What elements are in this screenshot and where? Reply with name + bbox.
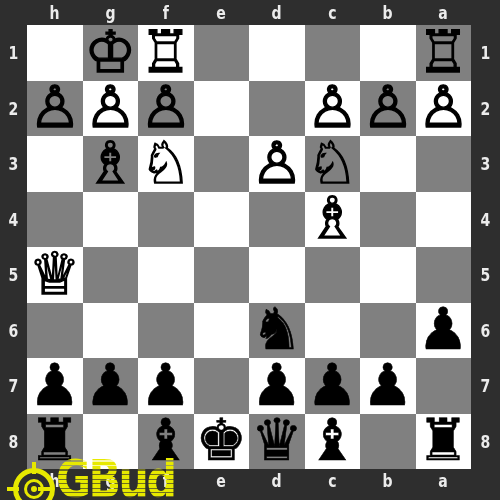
- rank-label-right-4: 4: [471, 192, 500, 248]
- file-labels-top: hgfedcba: [27, 0, 471, 25]
- white-bishop-g3: ♗: [84, 136, 136, 192]
- square-h2[interactable]: ♙: [27, 81, 83, 137]
- rank-label-left-5: 5: [0, 247, 27, 303]
- file-label-bottom-h: h: [27, 469, 83, 500]
- square-h6[interactable]: [27, 303, 83, 359]
- white-pawn-g2: ♙: [84, 81, 136, 137]
- square-f1[interactable]: ♖: [138, 25, 194, 81]
- square-d8[interactable]: ♛: [249, 414, 305, 470]
- square-g1[interactable]: ♔: [83, 25, 139, 81]
- square-a6[interactable]: ♟: [416, 303, 472, 359]
- square-g2[interactable]: ♙: [83, 81, 139, 137]
- file-label-top-f: f: [138, 0, 194, 25]
- black-rook-a8: ♜: [417, 414, 469, 470]
- square-c6[interactable]: [305, 303, 361, 359]
- rank-label-left-8: 8: [0, 414, 27, 470]
- rank-label-right-2: 2: [471, 81, 500, 137]
- file-label-bottom-f: f: [138, 469, 194, 500]
- square-c4[interactable]: ♗: [305, 192, 361, 248]
- black-pawn-b7: ♟: [362, 358, 414, 414]
- rank-label-left-2: 2: [0, 81, 27, 137]
- black-knight-d6: ♞: [251, 303, 303, 359]
- square-d6[interactable]: ♞: [249, 303, 305, 359]
- rank-label-right-6: 6: [471, 303, 500, 359]
- file-label-top-c: c: [305, 0, 361, 25]
- black-rook-h8: ♜: [29, 414, 81, 470]
- square-e6[interactable]: [194, 303, 250, 359]
- square-d5[interactable]: [249, 247, 305, 303]
- square-e7[interactable]: [194, 358, 250, 414]
- square-c2[interactable]: ♙: [305, 81, 361, 137]
- black-pawn-d7: ♟: [251, 358, 303, 414]
- file-label-bottom-c: c: [305, 469, 361, 500]
- square-h4[interactable]: [27, 192, 83, 248]
- rank-label-right-8: 8: [471, 414, 500, 470]
- square-f5[interactable]: [138, 247, 194, 303]
- file-label-top-d: d: [249, 0, 305, 25]
- square-e3[interactable]: [194, 136, 250, 192]
- square-a7[interactable]: [416, 358, 472, 414]
- white-rook-f1: ♖: [140, 25, 192, 81]
- black-queen-d8: ♛: [251, 414, 303, 470]
- rank-label-right-5: 5: [471, 247, 500, 303]
- square-d7[interactable]: ♟: [249, 358, 305, 414]
- rank-label-left-4: 4: [0, 192, 27, 248]
- square-d2[interactable]: [249, 81, 305, 137]
- square-e5[interactable]: [194, 247, 250, 303]
- square-f4[interactable]: [138, 192, 194, 248]
- rank-label-right-7: 7: [471, 358, 500, 414]
- square-a1[interactable]: ♖: [416, 25, 472, 81]
- square-c5[interactable]: [305, 247, 361, 303]
- square-h8[interactable]: ♜: [27, 414, 83, 470]
- square-a4[interactable]: [416, 192, 472, 248]
- white-bishop-c4: ♗: [306, 192, 358, 248]
- square-c7[interactable]: ♟: [305, 358, 361, 414]
- square-f2[interactable]: ♙: [138, 81, 194, 137]
- square-b5[interactable]: [360, 247, 416, 303]
- square-b7[interactable]: ♟: [360, 358, 416, 414]
- square-b4[interactable]: [360, 192, 416, 248]
- white-pawn-d3: ♙: [251, 136, 303, 192]
- black-pawn-f7: ♟: [140, 358, 192, 414]
- rank-label-right-3: 3: [471, 136, 500, 192]
- square-h1[interactable]: [27, 25, 83, 81]
- white-pawn-b2: ♙: [362, 81, 414, 137]
- black-bishop-c8: ♝: [306, 414, 358, 470]
- square-a2[interactable]: ♙: [416, 81, 472, 137]
- file-label-top-b: b: [360, 0, 416, 25]
- rank-labels-right: 12345678: [471, 25, 500, 469]
- file-label-bottom-d: d: [249, 469, 305, 500]
- square-d4[interactable]: [249, 192, 305, 248]
- square-b2[interactable]: ♙: [360, 81, 416, 137]
- square-d3[interactable]: ♙: [249, 136, 305, 192]
- square-b1[interactable]: [360, 25, 416, 81]
- square-g4[interactable]: [83, 192, 139, 248]
- square-d1[interactable]: [249, 25, 305, 81]
- rank-label-left-3: 3: [0, 136, 27, 192]
- square-g5[interactable]: [83, 247, 139, 303]
- white-rook-a1: ♖: [417, 25, 469, 81]
- square-g6[interactable]: [83, 303, 139, 359]
- square-c1[interactable]: [305, 25, 361, 81]
- square-e1[interactable]: [194, 25, 250, 81]
- square-f3[interactable]: ♘: [138, 136, 194, 192]
- black-king-e8: ♚: [195, 414, 247, 470]
- black-bishop-f8: ♝: [140, 414, 192, 470]
- square-h3[interactable]: [27, 136, 83, 192]
- board-frame: hgfedcba 12345678 12345678 hgfedcba ♔♖♖♙…: [0, 0, 500, 500]
- file-label-top-g: g: [83, 0, 139, 25]
- white-king-g1: ♔: [84, 25, 136, 81]
- black-pawn-g7: ♟: [84, 358, 136, 414]
- file-label-bottom-a: a: [416, 469, 472, 500]
- square-b3[interactable]: [360, 136, 416, 192]
- square-b6[interactable]: [360, 303, 416, 359]
- square-a8[interactable]: ♜: [416, 414, 472, 470]
- rank-label-left-7: 7: [0, 358, 27, 414]
- rank-label-right-1: 1: [471, 25, 500, 81]
- rank-label-left-1: 1: [0, 25, 27, 81]
- square-c3[interactable]: ♘: [305, 136, 361, 192]
- square-g8[interactable]: [83, 414, 139, 470]
- square-c8[interactable]: ♝: [305, 414, 361, 470]
- file-label-bottom-e: e: [194, 469, 250, 500]
- chess-board: ♔♖♖♙♙♙♙♙♙♗♘♙♘♗♕♞♟♟♟♟♟♟♟♜♝♚♛♝♜: [27, 25, 471, 469]
- white-pawn-c2: ♙: [306, 81, 358, 137]
- square-h7[interactable]: ♟: [27, 358, 83, 414]
- square-a3[interactable]: [416, 136, 472, 192]
- square-f7[interactable]: ♟: [138, 358, 194, 414]
- white-pawn-f2: ♙: [140, 81, 192, 137]
- file-label-top-h: h: [27, 0, 83, 25]
- white-queen-h5: ♕: [29, 247, 81, 303]
- file-label-bottom-g: g: [83, 469, 139, 500]
- file-label-bottom-b: b: [360, 469, 416, 500]
- rank-labels-left: 12345678: [0, 25, 27, 469]
- file-labels-bottom: hgfedcba: [27, 469, 471, 500]
- square-f6[interactable]: [138, 303, 194, 359]
- square-b8[interactable]: [360, 414, 416, 470]
- square-e2[interactable]: [194, 81, 250, 137]
- file-label-top-a: a: [416, 0, 472, 25]
- black-pawn-h7: ♟: [29, 358, 81, 414]
- white-knight-c3: ♘: [306, 136, 358, 192]
- square-e4[interactable]: [194, 192, 250, 248]
- square-a5[interactable]: [416, 247, 472, 303]
- square-g3[interactable]: ♗: [83, 136, 139, 192]
- white-pawn-h2: ♙: [29, 81, 81, 137]
- white-pawn-a2: ♙: [417, 81, 469, 137]
- square-f8[interactable]: ♝: [138, 414, 194, 470]
- black-pawn-c7: ♟: [306, 358, 358, 414]
- file-label-top-e: e: [194, 0, 250, 25]
- square-g7[interactable]: ♟: [83, 358, 139, 414]
- square-h5[interactable]: ♕: [27, 247, 83, 303]
- black-pawn-a6: ♟: [417, 303, 469, 359]
- rank-label-left-6: 6: [0, 303, 27, 359]
- square-e8[interactable]: ♚: [194, 414, 250, 470]
- white-knight-f3: ♘: [140, 136, 192, 192]
